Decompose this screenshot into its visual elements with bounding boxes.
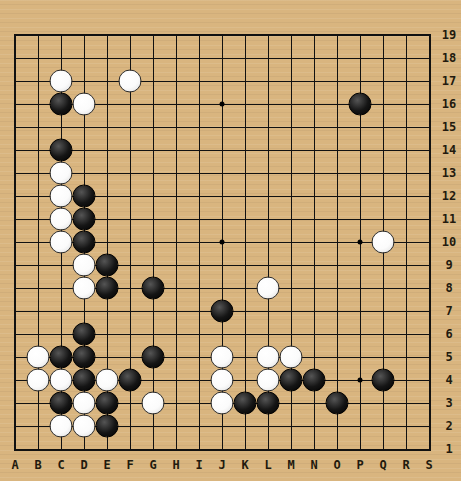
col-label-L: L xyxy=(260,458,276,472)
go-diagram: ABCDEFGHIJKLMNOPQRS 19181716151413121110… xyxy=(0,0,461,481)
stone-black-D10[interactable] xyxy=(73,231,96,254)
row-label-12: 12 xyxy=(440,188,458,204)
row-label-2: 2 xyxy=(440,418,458,434)
stone-black-C14[interactable] xyxy=(50,139,73,162)
col-label-C: C xyxy=(53,458,69,472)
col-label-M: M xyxy=(283,458,299,472)
stone-white-C2[interactable] xyxy=(50,415,73,438)
col-label-J: J xyxy=(214,458,230,472)
row-label-16: 16 xyxy=(440,96,458,112)
row-label-5: 5 xyxy=(440,349,458,365)
stone-white-L8[interactable] xyxy=(257,277,280,300)
stone-black-L3[interactable] xyxy=(257,392,280,415)
stone-white-G3[interactable] xyxy=(142,392,165,415)
stone-white-C12[interactable] xyxy=(50,185,73,208)
stone-white-L4[interactable] xyxy=(257,369,280,392)
col-label-N: N xyxy=(306,458,322,472)
col-label-D: D xyxy=(76,458,92,472)
row-label-9: 9 xyxy=(440,257,458,273)
stone-black-J7[interactable] xyxy=(211,300,234,323)
stone-white-B5[interactable] xyxy=(27,346,50,369)
stone-white-C11[interactable] xyxy=(50,208,73,231)
stone-black-P16[interactable] xyxy=(349,93,372,116)
col-label-P: P xyxy=(352,458,368,472)
col-label-K: K xyxy=(237,458,253,472)
stone-black-D12[interactable] xyxy=(73,185,96,208)
row-label-14: 14 xyxy=(440,142,458,158)
col-label-H: H xyxy=(168,458,184,472)
col-label-A: A xyxy=(7,458,23,472)
star-point-P4 xyxy=(358,378,363,383)
grid-line-horizontal-1 xyxy=(15,449,430,450)
star-point-J16 xyxy=(220,102,225,107)
stone-white-C17[interactable] xyxy=(50,70,73,93)
stone-white-C4[interactable] xyxy=(50,369,73,392)
stone-black-F4[interactable] xyxy=(119,369,142,392)
stone-white-C13[interactable] xyxy=(50,162,73,185)
col-label-B: B xyxy=(30,458,46,472)
stone-black-G5[interactable] xyxy=(142,346,165,369)
col-label-O: O xyxy=(329,458,345,472)
stone-black-O3[interactable] xyxy=(326,392,349,415)
stone-black-D6[interactable] xyxy=(73,323,96,346)
stone-black-D5[interactable] xyxy=(73,346,96,369)
stone-white-L5[interactable] xyxy=(257,346,280,369)
stone-white-B4[interactable] xyxy=(27,369,50,392)
stone-white-J4[interactable] xyxy=(211,369,234,392)
stone-black-C3[interactable] xyxy=(50,392,73,415)
grid-line-vertical-S xyxy=(429,35,430,450)
col-label-Q: Q xyxy=(375,458,391,472)
row-label-18: 18 xyxy=(440,50,458,66)
grid-line-vertical-O xyxy=(337,35,338,450)
row-label-6: 6 xyxy=(440,326,458,342)
row-label-8: 8 xyxy=(440,280,458,296)
stone-white-D9[interactable] xyxy=(73,254,96,277)
row-label-3: 3 xyxy=(440,395,458,411)
stone-white-E4[interactable] xyxy=(96,369,119,392)
stone-white-D2[interactable] xyxy=(73,415,96,438)
stone-black-Q4[interactable] xyxy=(372,369,395,392)
stone-black-M4[interactable] xyxy=(280,369,303,392)
row-label-11: 11 xyxy=(440,211,458,227)
stone-black-N4[interactable] xyxy=(303,369,326,392)
stone-white-D8[interactable] xyxy=(73,277,96,300)
star-point-P10 xyxy=(358,240,363,245)
col-label-I: I xyxy=(191,458,207,472)
stone-white-D3[interactable] xyxy=(73,392,96,415)
stone-black-E3[interactable] xyxy=(96,392,119,415)
col-label-F: F xyxy=(122,458,138,472)
stone-black-K3[interactable] xyxy=(234,392,257,415)
stone-white-C10[interactable] xyxy=(50,231,73,254)
stone-white-M5[interactable] xyxy=(280,346,303,369)
stone-black-C5[interactable] xyxy=(50,346,73,369)
row-label-17: 17 xyxy=(440,73,458,89)
stone-white-D16[interactable] xyxy=(73,93,96,116)
stone-black-D11[interactable] xyxy=(73,208,96,231)
row-label-19: 19 xyxy=(440,27,458,43)
star-point-J10 xyxy=(220,240,225,245)
row-label-10: 10 xyxy=(440,234,458,250)
stone-black-C16[interactable] xyxy=(50,93,73,116)
stone-white-F17[interactable] xyxy=(119,70,142,93)
row-label-7: 7 xyxy=(440,303,458,319)
row-label-13: 13 xyxy=(440,165,458,181)
row-label-4: 4 xyxy=(440,372,458,388)
stone-black-E8[interactable] xyxy=(96,277,119,300)
col-label-E: E xyxy=(99,458,115,472)
col-label-R: R xyxy=(398,458,414,472)
grid-line-vertical-R xyxy=(406,35,407,450)
stone-black-E9[interactable] xyxy=(96,254,119,277)
stone-black-D4[interactable] xyxy=(73,369,96,392)
stone-black-E2[interactable] xyxy=(96,415,119,438)
grid-line-vertical-K xyxy=(245,35,246,450)
row-label-15: 15 xyxy=(440,119,458,135)
col-label-G: G xyxy=(145,458,161,472)
stone-white-J5[interactable] xyxy=(211,346,234,369)
col-label-S: S xyxy=(421,458,437,472)
stone-white-J3[interactable] xyxy=(211,392,234,415)
stone-black-G8[interactable] xyxy=(142,277,165,300)
go-board[interactable] xyxy=(15,35,430,450)
stone-white-Q10[interactable] xyxy=(372,231,395,254)
row-label-1: 1 xyxy=(440,441,458,457)
